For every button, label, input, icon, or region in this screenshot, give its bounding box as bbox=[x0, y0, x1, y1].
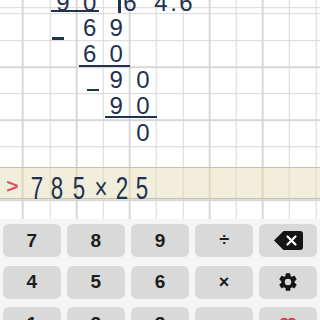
worksheet-digit: 0 bbox=[136, 94, 149, 118]
input-char: 8 bbox=[51, 172, 63, 203]
minus-sign-2 bbox=[87, 89, 99, 92]
input-char: 2 bbox=[115, 172, 127, 203]
keypad: 789÷456×123− bbox=[0, 219, 320, 320]
backspace-icon bbox=[273, 230, 304, 251]
input-char: 7 bbox=[30, 172, 42, 203]
key-7[interactable]: 7 bbox=[3, 224, 61, 257]
worksheet-digit: 9 bbox=[110, 16, 123, 40]
worksheet-digit: 9 bbox=[110, 68, 123, 92]
key-9[interactable]: 9 bbox=[131, 224, 189, 257]
input-char: × bbox=[94, 172, 107, 203]
key-4[interactable]: 4 bbox=[3, 266, 61, 299]
app-screen: 9064.6696090900 > 789÷456×123− 785×25 bbox=[0, 0, 320, 320]
underline-60 bbox=[79, 65, 131, 67]
key-6[interactable]: 6 bbox=[131, 266, 189, 299]
worksheet-digit: 9 bbox=[110, 94, 123, 118]
backspace-key[interactable] bbox=[259, 224, 317, 257]
input-prompt: > bbox=[6, 174, 18, 198]
input-char: 5 bbox=[73, 172, 85, 203]
gear-icon bbox=[277, 271, 299, 293]
underline-90-bottom bbox=[105, 116, 157, 118]
division-bar bbox=[118, 0, 120, 13]
worksheet-digit: 0 bbox=[110, 42, 123, 66]
key-3[interactable]: 3 bbox=[131, 307, 189, 320]
heart-icon bbox=[276, 313, 300, 320]
key-×[interactable]: × bbox=[195, 266, 253, 299]
worksheet-digit: 6 bbox=[179, 0, 192, 15]
worksheet-digit: 6 bbox=[83, 16, 96, 40]
key-1[interactable]: 1 bbox=[3, 307, 61, 320]
key-÷[interactable]: ÷ bbox=[195, 224, 253, 257]
input-char: 5 bbox=[135, 172, 147, 203]
key-5[interactable]: 5 bbox=[67, 266, 125, 299]
key-2[interactable]: 2 bbox=[67, 307, 125, 320]
worksheet-digit: 9 bbox=[56, 0, 69, 15]
keypad-row: 789÷ bbox=[0, 224, 320, 257]
worksheet-digit: . bbox=[170, 0, 177, 15]
heart-key[interactable] bbox=[259, 307, 317, 320]
worksheet-digit: 0 bbox=[136, 121, 149, 145]
input-line[interactable] bbox=[0, 167, 320, 199]
keypad-row: 456× bbox=[0, 266, 320, 299]
worksheet-digit: 0 bbox=[136, 68, 149, 92]
key-8[interactable]: 8 bbox=[67, 224, 125, 257]
key-−[interactable]: − bbox=[195, 307, 253, 320]
minus-sign-1 bbox=[52, 37, 64, 40]
keypad-row: 123− bbox=[0, 307, 320, 320]
worksheet-digit: 6 bbox=[123, 0, 136, 15]
worksheet-digit: 6 bbox=[83, 42, 96, 66]
underline-90-top bbox=[51, 10, 99, 12]
gear-key[interactable] bbox=[259, 266, 317, 299]
worksheet-digit: 0 bbox=[83, 0, 96, 15]
worksheet-digit: 4 bbox=[154, 0, 167, 15]
